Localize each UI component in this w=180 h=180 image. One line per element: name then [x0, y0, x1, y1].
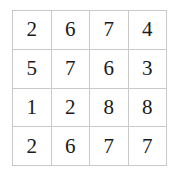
grid-cell-r2c0: 1 — [13, 89, 51, 127]
grid-cell-r1c0: 5 — [13, 50, 51, 88]
grid-cell-r2c2: 8 — [90, 89, 128, 127]
grid-cell-r3c2: 7 — [90, 127, 128, 165]
grid-cell-r2c1: 2 — [52, 89, 90, 127]
puzzle-canvas: 2 6 7 4 5 7 6 3 1 2 8 8 2 6 7 7 — [0, 0, 180, 180]
grid-cell-r0c3: 4 — [129, 11, 167, 49]
grid-cell-r2c3: 8 — [129, 89, 167, 127]
grid-cell-r0c1: 6 — [52, 11, 90, 49]
grid-cell-r3c3: 7 — [129, 127, 167, 165]
grid-cell-r3c0: 2 — [13, 127, 51, 165]
grid-cell-r1c2: 6 — [90, 50, 128, 88]
grid-cell-r1c3: 3 — [129, 50, 167, 88]
grid-cell-r0c0: 2 — [13, 11, 51, 49]
grid-cell-r3c1: 6 — [52, 127, 90, 165]
grid-cell-r1c1: 7 — [52, 50, 90, 88]
number-grid: 2 6 7 4 5 7 6 3 1 2 8 8 2 6 7 7 — [12, 10, 167, 166]
grid-cell-r0c2: 7 — [90, 11, 128, 49]
